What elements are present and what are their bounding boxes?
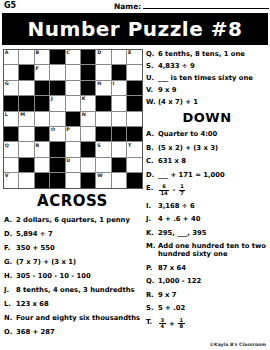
clue-text: 5 + .02 [158, 304, 268, 312]
grid-cell[interactable] [66, 81, 80, 95]
down-clues-list: A.Quarter to 4:00B.(5 x 2) + (3 x 3)C.63… [146, 130, 268, 330]
clue-label: Q. [146, 277, 158, 285]
cell-label: U [66, 158, 70, 163]
name-line[interactable] [143, 2, 269, 9]
grid-cell[interactable] [96, 158, 110, 172]
clue-text: 87 x 64 [158, 264, 268, 272]
grid-cell[interactable] [112, 142, 126, 156]
worksheet-page: G5 Name: Number Puzzle #8 ABCDEFGHIJKLMN… [0, 0, 270, 350]
clue-label: O. [4, 328, 16, 336]
cell-label: R [36, 143, 40, 148]
grid-cell-black [127, 173, 141, 187]
clue-text: 9 x 9 [158, 86, 268, 94]
clue-text: 4 + .6 + 40 [158, 215, 268, 223]
clue-text: ___ + 171 = 1,000 [158, 171, 268, 179]
down-clue-c: C.631 x 8 [146, 157, 268, 165]
clue-label: J. [146, 215, 158, 223]
grid-cell-black [4, 127, 18, 141]
clue-label: S. [146, 62, 158, 70]
grid-cell[interactable]: B [35, 50, 49, 64]
grid-cell[interactable]: E [127, 50, 141, 64]
clue-text: 34 + 18 [158, 318, 268, 330]
grid-cell[interactable] [66, 96, 80, 110]
grid-cell-black [81, 142, 95, 156]
grid-cell-black [81, 173, 95, 187]
grid-cell-black [127, 81, 141, 95]
cell-label: G [5, 81, 9, 86]
grid-cell[interactable]: L [4, 112, 18, 126]
grid-cell-black [96, 96, 110, 110]
cell-label: L [5, 112, 8, 117]
across-clue-u: U.___ is ten times sixty one [146, 74, 268, 82]
grid-cell[interactable] [127, 158, 141, 172]
cell-label: B [36, 50, 40, 55]
grid-cell[interactable] [35, 158, 49, 172]
clue-label: F. [4, 244, 16, 252]
across-clue-w: W.(4 x 7) + 1 [146, 98, 268, 106]
clue-text: 123 x 68 [16, 300, 144, 308]
down-clue-p: P.87 x 64 [146, 264, 268, 272]
grid-cell-black [112, 65, 126, 79]
down-clue-j: J.4 + .6 + 40 [146, 215, 268, 223]
cell-label: J [51, 96, 53, 101]
across-clue-h: H.305 - 100 - 10 - 100 [4, 272, 144, 280]
grid-cell[interactable] [19, 50, 33, 64]
clue-label: R. [146, 291, 158, 299]
down-clue-t: T.34 + 18 [146, 318, 268, 330]
cell-label: A [5, 50, 9, 55]
grid-cell[interactable] [19, 173, 33, 187]
name-row: Name: [114, 2, 269, 11]
clue-text: (7 x 7) + (3 x 1) [16, 258, 144, 266]
grid-cell[interactable]: I [112, 81, 126, 95]
grid-cell[interactable] [112, 50, 126, 64]
clue-text: 631 x 8 [158, 157, 268, 165]
clue-text: Add one hundred ten to two hundred sixty… [158, 242, 268, 258]
grid-cell[interactable]: J [50, 96, 64, 110]
grid-cell[interactable] [66, 173, 80, 187]
grid-cell-black [35, 96, 49, 110]
grid-cell-black [81, 50, 95, 64]
clue-label: G. [4, 258, 16, 266]
clue-text: 305 - 100 - 10 - 100 [16, 272, 144, 280]
clue-label: Q. [146, 50, 158, 58]
cell-label: F [36, 66, 39, 71]
grid-cell[interactable] [4, 158, 18, 172]
grid-cell[interactable]: P [66, 127, 80, 141]
grid-cell-black [35, 127, 49, 141]
clue-label: D. [146, 171, 158, 179]
clue-label: H. [4, 272, 16, 280]
grid-cell[interactable]: C [66, 50, 80, 64]
grade-tag: G5 [4, 1, 16, 10]
grid-cell[interactable]: R [35, 142, 49, 156]
clue-text: (4 x 7) + 1 [158, 98, 268, 106]
clue-text: Quarter to 4:00 [158, 130, 268, 138]
grid-cell[interactable] [19, 142, 33, 156]
grid-cell-black [127, 127, 141, 141]
clue-text: 3,168 ÷ 6 [158, 202, 268, 210]
down-clue-s: S.5 + .02 [146, 304, 268, 312]
grid-cell-black [35, 173, 49, 187]
down-clue-r: R.9 x 7 [146, 291, 268, 299]
cell-label: Q [5, 143, 9, 148]
clue-label: T. [146, 318, 158, 326]
puzzle-grid: ABCDEFGHIJKLMNOPQRSTUVW [3, 49, 143, 189]
grid-cell[interactable] [4, 65, 18, 79]
grid-cell[interactable]: F [35, 65, 49, 79]
right-clues-column: Q.6 tenths, 8 tens, 1 oneS.4,833 ÷ 9U.__… [146, 50, 268, 335]
across-clue-d: D.5,894 ÷ 7 [4, 230, 144, 238]
name-label: Name: [114, 2, 141, 11]
fraction: 17 [179, 184, 186, 196]
clue-label: U. [146, 74, 158, 82]
grid-cell-black [19, 158, 33, 172]
clue-text: 9 x 7 [158, 291, 268, 299]
across-clue-n: N.Four and eighty six thousandths [4, 314, 144, 322]
down-header: DOWN [146, 110, 268, 125]
clue-label: I. [146, 202, 158, 210]
clue-label: D. [4, 230, 16, 238]
clue-text: 6 tenths, 8 tens, 1 one [158, 50, 268, 58]
fraction: 34 [159, 318, 166, 330]
grid-cell[interactable]: O [50, 127, 64, 141]
grid-cell[interactable] [19, 81, 33, 95]
grid-cell[interactable] [81, 127, 95, 141]
grid-cell-black [50, 158, 64, 172]
grid-cell[interactable] [96, 65, 110, 79]
grid-cell[interactable] [112, 96, 126, 110]
grid-cell[interactable]: T [127, 142, 141, 156]
clue-text: 368 + 287 [16, 328, 144, 336]
clue-label: P. [146, 264, 158, 272]
clue-label: A. [146, 130, 158, 138]
grid-cell[interactable] [127, 112, 141, 126]
grid-cell[interactable]: G [4, 81, 18, 95]
grid-cell[interactable]: W [96, 173, 110, 187]
cell-label: T [128, 143, 131, 148]
fraction: 18 [178, 318, 185, 330]
grid-cell[interactable]: Q [4, 142, 18, 156]
cell-label: P [66, 127, 70, 132]
grid-cell[interactable]: D [96, 50, 110, 64]
across-clue-j: J.8 tenths, 4 ones, 3 hundredths [4, 286, 144, 294]
grid-cell-black [112, 127, 126, 141]
clue-label: E. [146, 184, 158, 192]
grid-cell[interactable]: A [4, 50, 18, 64]
clue-text: Four and eighty six thousandths [16, 314, 144, 322]
grid-cell-black [127, 96, 141, 110]
grid-cell-black [19, 65, 33, 79]
down-clue-e: E.614 - 17 [146, 184, 268, 196]
clue-text: 8 tenths, 4 ones, 3 hundredths [16, 286, 144, 294]
grid-cell-black [50, 50, 64, 64]
down-clue-b: B.(5 x 2) + (3 x 3) [146, 144, 268, 152]
cell-label: E [128, 50, 131, 55]
down-clue-a: A.Quarter to 4:00 [146, 130, 268, 138]
grid-cell[interactable] [50, 65, 64, 79]
grid-cell-black [19, 96, 33, 110]
grid-cell[interactable] [112, 112, 126, 126]
grid-cell-black [81, 81, 95, 95]
grid-cell[interactable] [50, 112, 64, 126]
grid-cell-black [66, 112, 80, 126]
grid-cell[interactable] [66, 142, 80, 156]
clue-text: 295, ___, 395 [158, 229, 268, 237]
clue-label: L. [4, 300, 16, 308]
cell-label: V [5, 173, 9, 178]
down-clue-i: I.3,168 ÷ 6 [146, 202, 268, 210]
clue-label: S. [146, 304, 158, 312]
across-clue-o: O.368 + 287 [4, 328, 144, 336]
across-clue-l: L.123 x 68 [4, 300, 144, 308]
grid-cell-black [50, 142, 64, 156]
grid-cell-black [4, 96, 18, 110]
grid-cell-black [35, 81, 49, 95]
page-title: Number Puzzle #8 [28, 17, 243, 41]
grid-cell-black [50, 81, 64, 95]
across-clue-g: G.(7 x 7) + (3 x 1) [4, 258, 144, 266]
clue-label: N. [4, 314, 16, 322]
credit-text: ©Kayla B's Classroom [210, 342, 267, 347]
grid-cell[interactable]: M [19, 112, 33, 126]
clue-text: 350 + 550 [16, 244, 144, 252]
clue-label: A. [4, 216, 16, 224]
grid-cell[interactable]: S [96, 142, 110, 156]
grid-cell[interactable] [112, 173, 126, 187]
clue-label: C. [146, 157, 158, 165]
cell-label: K [82, 96, 86, 101]
grid-cell[interactable] [35, 112, 49, 126]
down-clue-d: D.___ + 171 = 1,000 [146, 171, 268, 179]
cell-label: I [113, 81, 115, 86]
cell-label: S [97, 143, 100, 148]
across-clue-a: A.2 dollars, 6 quarters, 1 penny [4, 216, 144, 224]
cell-label: C [66, 50, 70, 55]
grid-cell[interactable]: N [81, 112, 95, 126]
cell-label: N [82, 112, 86, 117]
grid-cell[interactable] [127, 65, 141, 79]
down-clue-k: K.295, ___, 395 [146, 229, 268, 237]
clue-text: ___ is ten times sixty one [158, 74, 268, 82]
across-clue-v: V.9 x 9 [146, 86, 268, 94]
grid-cell[interactable] [81, 158, 95, 172]
clue-label: J. [4, 286, 16, 294]
grid-cell[interactable]: K [81, 96, 95, 110]
across-header: ACROSS [0, 192, 145, 210]
clue-text: 1,000 - 122 [158, 277, 268, 285]
across-clue-s: S.4,833 ÷ 9 [146, 62, 268, 70]
across-clue-q: Q.6 tenths, 8 tens, 1 one [146, 50, 268, 58]
grid-cell[interactable]: V [4, 173, 18, 187]
grid-cell-black [112, 158, 126, 172]
fraction: 614 [159, 184, 169, 196]
grid-cell-black [96, 127, 110, 141]
down-clue-m: M.Add one hundred ten to two hundred six… [146, 242, 268, 258]
across-continued-list: Q.6 tenths, 8 tens, 1 oneS.4,833 ÷ 9U.__… [146, 50, 268, 106]
grid-cell[interactable] [66, 65, 80, 79]
cell-label: W [97, 173, 102, 178]
clue-text: 5,894 ÷ 7 [16, 230, 144, 238]
clue-text: 2 dollars, 6 quarters, 1 penny [16, 216, 144, 224]
across-clue-f: F.350 + 550 [4, 244, 144, 252]
grid-cell[interactable]: U [66, 158, 80, 172]
cell-label: H [97, 81, 101, 86]
clue-label: K. [146, 229, 158, 237]
clue-label: W. [146, 98, 158, 106]
grid-cell[interactable] [19, 127, 33, 141]
title-banner: Number Puzzle #8 [2, 13, 268, 45]
clue-label: V. [146, 86, 158, 94]
clue-text: 614 - 17 [158, 184, 268, 196]
grid-cell-black [81, 65, 95, 79]
cell-label: O [51, 127, 55, 132]
grid-cell[interactable] [96, 112, 110, 126]
clue-text: 4,833 ÷ 9 [158, 62, 268, 70]
down-clue-q: Q.1,000 - 122 [146, 277, 268, 285]
across-clues-list: A.2 dollars, 6 quarters, 1 pennyD.5,894 … [4, 216, 144, 342]
clue-text: (5 x 2) + (3 x 3) [158, 144, 268, 152]
grid-cell[interactable]: H [96, 81, 110, 95]
grid-cell-black [50, 173, 64, 187]
cell-label: D [97, 50, 101, 55]
clue-label: M. [146, 242, 158, 250]
clue-label: B. [146, 144, 158, 152]
cell-label: M [20, 112, 25, 117]
